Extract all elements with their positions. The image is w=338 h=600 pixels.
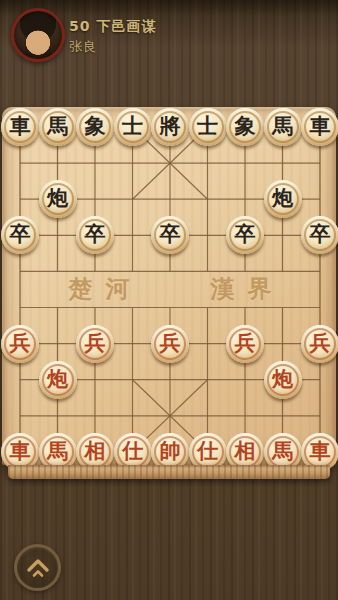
piece-character: 卒 [151, 216, 189, 254]
piece-character: 炮 [39, 361, 77, 399]
piece-black-車[interactable]: 車 [1, 108, 39, 146]
player-avatar[interactable] [11, 8, 65, 62]
piece-black-象[interactable]: 象 [226, 108, 264, 146]
xiangqi-board[interactable]: 楚河 漢界 車馬象士將士象馬車炮炮卒卒卒卒卒兵兵兵兵兵炮炮車馬相仕帥仕相馬車 [2, 107, 336, 465]
piece-character: 象 [226, 108, 264, 146]
piece-red-炮[interactable]: 炮 [39, 361, 77, 399]
piece-red-炮[interactable]: 炮 [264, 361, 302, 399]
piece-character: 士 [189, 108, 227, 146]
piece-character: 馬 [264, 108, 302, 146]
piece-black-卒[interactable]: 卒 [151, 216, 189, 254]
piece-character: 車 [301, 108, 338, 146]
piece-character: 炮 [264, 361, 302, 399]
piece-character: 車 [1, 108, 39, 146]
piece-black-士[interactable]: 士 [189, 108, 227, 146]
piece-character: 兵 [151, 325, 189, 363]
piece-black-卒[interactable]: 卒 [1, 216, 39, 254]
piece-character: 兵 [226, 325, 264, 363]
piece-character: 炮 [264, 180, 302, 218]
stage-title-line: 50下邑画谋 [69, 19, 156, 33]
stage-title: 下邑画谋 [96, 18, 156, 34]
expand-menu-button[interactable] [14, 544, 61, 591]
piece-character: 象 [76, 108, 114, 146]
piece-character: 卒 [226, 216, 264, 254]
piece-character: 炮 [39, 180, 77, 218]
level-number: 50 [69, 18, 90, 34]
piece-red-兵[interactable]: 兵 [1, 325, 39, 363]
chevron-up-icon [25, 556, 51, 580]
piece-character: 兵 [76, 325, 114, 363]
piece-red-兵[interactable]: 兵 [151, 325, 189, 363]
piece-red-兵[interactable]: 兵 [301, 325, 338, 363]
piece-black-象[interactable]: 象 [76, 108, 114, 146]
piece-character: 兵 [1, 325, 39, 363]
player-name: 张良 [69, 40, 156, 53]
piece-character: 卒 [1, 216, 39, 254]
piece-black-將[interactable]: 將 [151, 108, 189, 146]
piece-black-卒[interactable]: 卒 [226, 216, 264, 254]
board-front-edge [8, 465, 330, 479]
piece-character: 卒 [76, 216, 114, 254]
piece-black-車[interactable]: 車 [301, 108, 338, 146]
piece-black-炮[interactable]: 炮 [39, 180, 77, 218]
piece-black-士[interactable]: 士 [114, 108, 152, 146]
header-info: 50下邑画谋 张良 [69, 19, 156, 53]
piece-red-兵[interactable]: 兵 [226, 325, 264, 363]
piece-character: 卒 [301, 216, 338, 254]
piece-black-卒[interactable]: 卒 [301, 216, 338, 254]
xiangqi-game-screen: 50下邑画谋 张良 楚河 漢界 車馬象士將士象馬車炮炮卒卒卒卒卒兵兵兵兵兵炮炮車… [0, 0, 338, 600]
piece-black-卒[interactable]: 卒 [76, 216, 114, 254]
pieces-layer: 車馬象士將士象馬車炮炮卒卒卒卒卒兵兵兵兵兵炮炮車馬相仕帥仕相馬車 [2, 107, 336, 465]
piece-red-兵[interactable]: 兵 [76, 325, 114, 363]
piece-black-馬[interactable]: 馬 [39, 108, 77, 146]
piece-character: 兵 [301, 325, 338, 363]
piece-character: 將 [151, 108, 189, 146]
piece-black-炮[interactable]: 炮 [264, 180, 302, 218]
piece-character: 馬 [39, 108, 77, 146]
piece-black-馬[interactable]: 馬 [264, 108, 302, 146]
piece-character: 士 [114, 108, 152, 146]
